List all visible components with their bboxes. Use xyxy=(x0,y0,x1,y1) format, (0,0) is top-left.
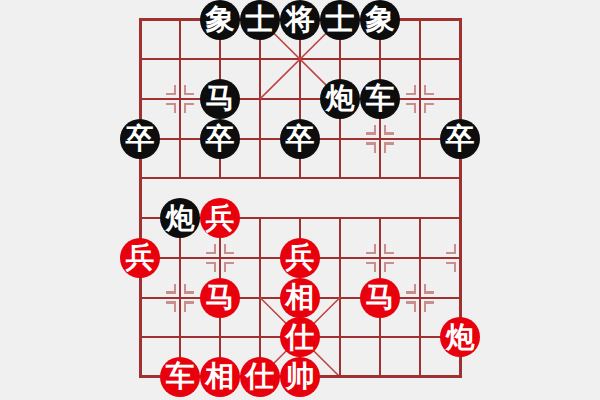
red-horse[interactable]: 马 xyxy=(200,278,240,318)
red-horse[interactable]: 马 xyxy=(360,278,400,318)
xiangqi-board: 象士将士象马炮车卒卒卒卒炮兵兵兵马相马仕炮车相仕帅 xyxy=(0,0,600,400)
black-soldier[interactable]: 卒 xyxy=(280,119,320,159)
black-soldier[interactable]: 卒 xyxy=(120,119,160,159)
red-elephant[interactable]: 相 xyxy=(200,357,240,397)
red-general[interactable]: 帅 xyxy=(280,357,320,397)
black-advisor[interactable]: 士 xyxy=(240,0,280,40)
red-soldier[interactable]: 兵 xyxy=(120,238,160,278)
black-soldier[interactable]: 卒 xyxy=(440,119,480,159)
red-advisor[interactable]: 仕 xyxy=(240,357,280,397)
black-general[interactable]: 将 xyxy=(280,0,320,40)
red-soldier[interactable]: 兵 xyxy=(200,198,240,238)
black-soldier[interactable]: 卒 xyxy=(200,119,240,159)
black-cannon[interactable]: 炮 xyxy=(320,79,360,119)
black-chariot[interactable]: 车 xyxy=(360,79,400,119)
black-elephant[interactable]: 象 xyxy=(200,0,240,40)
black-horse[interactable]: 马 xyxy=(200,79,240,119)
red-soldier[interactable]: 兵 xyxy=(280,238,320,278)
black-advisor[interactable]: 士 xyxy=(320,0,360,40)
red-chariot[interactable]: 车 xyxy=(160,357,200,397)
red-advisor[interactable]: 仕 xyxy=(280,317,320,357)
black-elephant[interactable]: 象 xyxy=(360,0,400,40)
black-cannon[interactable]: 炮 xyxy=(160,198,200,238)
red-cannon[interactable]: 炮 xyxy=(440,317,480,357)
red-elephant[interactable]: 相 xyxy=(280,278,320,318)
